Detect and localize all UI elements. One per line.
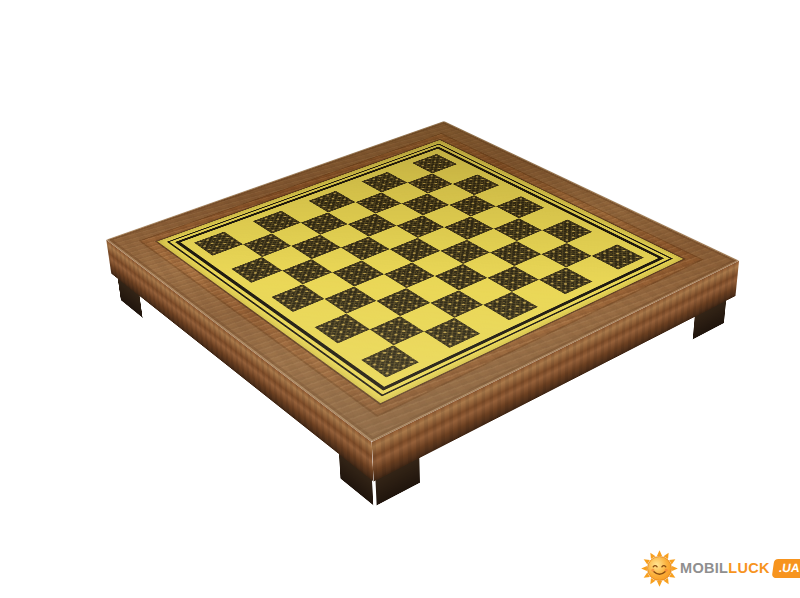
board-square <box>543 220 593 243</box>
board-square <box>346 301 400 330</box>
board-square <box>369 226 418 250</box>
board-square <box>302 272 354 299</box>
board-square <box>566 256 618 282</box>
domain-badge: .UA <box>771 559 800 578</box>
product-photo-scene: MOBILLUCK .UA <box>0 0 800 598</box>
board-square <box>281 201 328 223</box>
board-square <box>355 192 402 213</box>
board-square <box>272 223 320 246</box>
brand-text-mobil: MOBIL <box>680 561 728 576</box>
board-square <box>474 185 521 206</box>
board-square <box>348 214 396 237</box>
board-square <box>362 172 407 192</box>
board-square <box>382 183 428 204</box>
board-square <box>362 249 413 274</box>
board-square <box>463 253 514 278</box>
board-square <box>251 271 302 297</box>
board-square <box>515 254 567 280</box>
board-square <box>418 227 467 251</box>
board-square <box>453 174 499 194</box>
board-square <box>496 196 544 218</box>
board-square <box>231 257 281 282</box>
board-square <box>282 259 333 285</box>
board-square <box>291 235 340 259</box>
board-square <box>512 280 565 307</box>
board-foot <box>118 279 143 318</box>
board-square <box>390 238 440 262</box>
board-square <box>467 229 517 253</box>
board-square <box>435 264 487 290</box>
board-square <box>592 244 644 269</box>
board-square <box>407 173 453 193</box>
board-square <box>393 332 449 363</box>
watermark-logo: MOBILLUCK .UA <box>641 547 800 589</box>
board-square <box>428 184 475 205</box>
board-square <box>315 314 370 343</box>
board-square <box>309 191 355 212</box>
board-square <box>490 241 541 266</box>
board-square <box>384 262 436 288</box>
board-square <box>402 194 449 216</box>
sun-logo-icon <box>641 550 678 587</box>
brand-text-luck: LUCK <box>728 561 769 576</box>
board-square <box>459 278 512 305</box>
board-square <box>493 218 542 241</box>
board-square <box>400 303 454 332</box>
board-square <box>224 221 272 244</box>
board-square <box>194 232 242 256</box>
board-square <box>430 290 484 318</box>
board-square <box>412 251 463 276</box>
board-square <box>471 206 519 228</box>
board-square <box>423 205 471 227</box>
board-square <box>387 163 432 183</box>
board-foot <box>376 458 420 505</box>
board-square <box>293 299 346 327</box>
board-square <box>212 244 261 269</box>
board-square <box>328 202 375 224</box>
board-square <box>406 276 459 303</box>
board-square <box>412 154 456 173</box>
board-square <box>484 292 538 320</box>
board-square <box>242 233 291 257</box>
board-square <box>396 215 444 238</box>
board-square <box>361 346 418 378</box>
board-square <box>432 164 477 184</box>
board-square <box>519 208 568 231</box>
board-square <box>253 211 300 234</box>
board-square <box>332 261 383 287</box>
board-foot <box>339 454 373 505</box>
board-square <box>369 316 424 346</box>
board-square <box>445 217 494 240</box>
board-square <box>300 212 348 235</box>
board-square <box>487 266 539 292</box>
board-square <box>324 286 377 314</box>
board-square <box>454 305 509 334</box>
board-square <box>517 230 567 254</box>
board-square <box>272 285 324 312</box>
board-square <box>336 181 382 202</box>
board-square <box>262 246 312 271</box>
board-foot <box>693 301 726 340</box>
board-square <box>440 240 490 265</box>
board-square <box>540 268 593 294</box>
board-square <box>340 236 390 260</box>
board-square <box>541 243 592 268</box>
board-square <box>377 288 430 316</box>
board-square <box>312 248 362 273</box>
board-square <box>375 203 423 225</box>
board-square <box>354 274 406 301</box>
board-square <box>424 318 480 348</box>
board-square <box>320 224 369 247</box>
board-square <box>338 329 394 360</box>
board-square <box>567 232 618 256</box>
board-square <box>449 195 496 217</box>
chess-board <box>106 121 739 442</box>
